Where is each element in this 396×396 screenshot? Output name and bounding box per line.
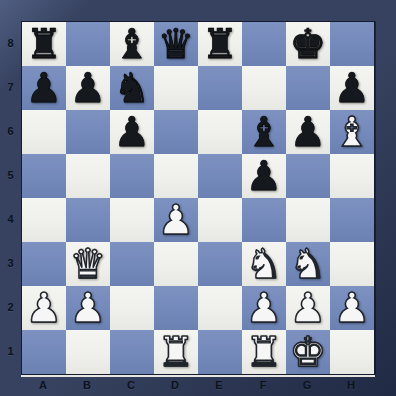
piece-black-pawn[interactable]: ♟	[334, 66, 371, 110]
file-label-d: D	[153, 374, 197, 395]
square-h4[interactable]	[330, 198, 374, 242]
square-h2[interactable]: ♟	[330, 286, 374, 330]
rank-label-4: 4	[0, 197, 21, 241]
piece-white-queen[interactable]: ♛	[70, 242, 107, 286]
square-f5[interactable]: ♟	[242, 154, 286, 198]
square-h8[interactable]	[330, 22, 374, 66]
piece-black-knight[interactable]: ♞	[114, 66, 151, 110]
rank-label-2: 2	[0, 285, 21, 329]
file-label-f: F	[241, 374, 285, 395]
square-h7[interactable]: ♟	[330, 66, 374, 110]
square-e1[interactable]	[198, 330, 242, 374]
square-g6[interactable]: ♟	[286, 110, 330, 154]
square-f3[interactable]: ♞	[242, 242, 286, 286]
square-b8[interactable]	[66, 22, 110, 66]
square-d8[interactable]: ♛	[154, 22, 198, 66]
square-h5[interactable]	[330, 154, 374, 198]
piece-black-pawn[interactable]: ♟	[26, 66, 63, 110]
piece-black-pawn[interactable]: ♟	[290, 110, 327, 154]
square-a8[interactable]: ♜	[22, 22, 66, 66]
square-b5[interactable]	[66, 154, 110, 198]
square-e8[interactable]: ♜	[198, 22, 242, 66]
chess-board: ♜♝♛♜♚♟♟♞♟♟♝♟♝♟♟♛♞♞♟♟♟♟♟♜♜♚	[21, 21, 375, 375]
file-label-g: G	[285, 374, 329, 395]
piece-black-rook[interactable]: ♜	[202, 22, 239, 66]
square-c7[interactable]: ♞	[110, 66, 154, 110]
piece-white-knight[interactable]: ♞	[290, 242, 327, 286]
square-f8[interactable]	[242, 22, 286, 66]
square-b4[interactable]	[66, 198, 110, 242]
square-d5[interactable]	[154, 154, 198, 198]
piece-white-pawn[interactable]: ♟	[290, 286, 327, 330]
piece-white-king[interactable]: ♚	[290, 330, 327, 374]
piece-white-pawn[interactable]: ♟	[26, 286, 63, 330]
square-e6[interactable]	[198, 110, 242, 154]
rank-label-7: 7	[0, 65, 21, 109]
square-f7[interactable]	[242, 66, 286, 110]
piece-white-bishop[interactable]: ♝	[334, 110, 371, 154]
square-d7[interactable]	[154, 66, 198, 110]
square-d2[interactable]	[154, 286, 198, 330]
square-e4[interactable]	[198, 198, 242, 242]
piece-black-pawn[interactable]: ♟	[114, 110, 151, 154]
piece-black-rook[interactable]: ♜	[26, 22, 63, 66]
rank-label-1: 1	[0, 329, 21, 373]
square-a5[interactable]	[22, 154, 66, 198]
square-h1[interactable]	[330, 330, 374, 374]
rank-label-5: 5	[0, 153, 21, 197]
piece-black-king[interactable]: ♚	[290, 22, 327, 66]
square-g2[interactable]: ♟	[286, 286, 330, 330]
square-f2[interactable]: ♟	[242, 286, 286, 330]
square-e2[interactable]	[198, 286, 242, 330]
square-e3[interactable]	[198, 242, 242, 286]
square-a6[interactable]	[22, 110, 66, 154]
piece-black-bishop[interactable]: ♝	[114, 22, 151, 66]
square-c2[interactable]	[110, 286, 154, 330]
square-a3[interactable]	[22, 242, 66, 286]
square-c4[interactable]	[110, 198, 154, 242]
piece-white-rook[interactable]: ♜	[158, 330, 195, 374]
square-c6[interactable]: ♟	[110, 110, 154, 154]
square-e7[interactable]	[198, 66, 242, 110]
square-a2[interactable]: ♟	[22, 286, 66, 330]
square-a1[interactable]	[22, 330, 66, 374]
square-f4[interactable]	[242, 198, 286, 242]
square-g3[interactable]: ♞	[286, 242, 330, 286]
square-g7[interactable]	[286, 66, 330, 110]
file-label-c: C	[109, 374, 153, 395]
file-label-e: E	[197, 374, 241, 395]
piece-white-rook[interactable]: ♜	[246, 330, 283, 374]
square-d3[interactable]	[154, 242, 198, 286]
square-g4[interactable]	[286, 198, 330, 242]
piece-black-pawn[interactable]: ♟	[246, 154, 283, 198]
piece-white-knight[interactable]: ♞	[246, 242, 283, 286]
board-frame: ♜♝♛♜♚♟♟♞♟♟♝♟♝♟♟♛♞♞♟♟♟♟♟♜♜♚ 87654321ABCDE…	[0, 0, 396, 396]
square-b7[interactable]: ♟	[66, 66, 110, 110]
file-label-b: B	[65, 374, 109, 395]
file-label-a: A	[21, 374, 65, 395]
square-g5[interactable]	[286, 154, 330, 198]
piece-white-pawn[interactable]: ♟	[70, 286, 107, 330]
square-b3[interactable]: ♛	[66, 242, 110, 286]
piece-black-pawn[interactable]: ♟	[70, 66, 107, 110]
square-c8[interactable]: ♝	[110, 22, 154, 66]
square-e5[interactable]	[198, 154, 242, 198]
square-f6[interactable]: ♝	[242, 110, 286, 154]
square-c5[interactable]	[110, 154, 154, 198]
piece-black-bishop[interactable]: ♝	[246, 110, 283, 154]
square-h6[interactable]: ♝	[330, 110, 374, 154]
square-c3[interactable]	[110, 242, 154, 286]
piece-white-pawn[interactable]: ♟	[246, 286, 283, 330]
square-b1[interactable]	[66, 330, 110, 374]
piece-white-pawn[interactable]: ♟	[158, 198, 195, 242]
piece-white-pawn[interactable]: ♟	[334, 286, 371, 330]
rank-label-6: 6	[0, 109, 21, 153]
square-b2[interactable]: ♟	[66, 286, 110, 330]
piece-black-queen[interactable]: ♛	[158, 22, 195, 66]
rank-label-3: 3	[0, 241, 21, 285]
square-c1[interactable]	[110, 330, 154, 374]
square-g8[interactable]: ♚	[286, 22, 330, 66]
square-d1[interactable]: ♜	[154, 330, 198, 374]
rank-label-8: 8	[0, 21, 21, 65]
square-h3[interactable]	[330, 242, 374, 286]
square-a4[interactable]	[22, 198, 66, 242]
square-d6[interactable]	[154, 110, 198, 154]
square-g1[interactable]: ♚	[286, 330, 330, 374]
square-b6[interactable]	[66, 110, 110, 154]
file-label-h: H	[329, 374, 373, 395]
square-f1[interactable]: ♜	[242, 330, 286, 374]
square-d4[interactable]: ♟	[154, 198, 198, 242]
square-a7[interactable]: ♟	[22, 66, 66, 110]
